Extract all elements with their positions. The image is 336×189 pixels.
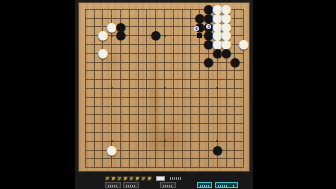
board-point-G4[interactable] <box>134 137 143 146</box>
board-point-T17[interactable] <box>239 23 248 32</box>
board-point-T13[interactable] <box>239 58 248 67</box>
board-point-S9[interactable] <box>231 93 240 102</box>
board-point-D1[interactable] <box>107 163 116 172</box>
board-point-T11[interactable] <box>239 75 248 84</box>
board-point-J2[interactable] <box>151 155 160 164</box>
board-point-G8[interactable] <box>134 102 143 111</box>
board-point-E14[interactable] <box>116 49 125 58</box>
board-point-T7[interactable] <box>239 111 248 120</box>
board-point-Q6[interactable] <box>213 119 222 128</box>
board-point-K5[interactable] <box>160 128 169 137</box>
board-point-N6[interactable] <box>187 119 196 128</box>
board-point-K9[interactable] <box>160 93 169 102</box>
board-point-E10[interactable] <box>116 84 125 93</box>
board-point-P6[interactable] <box>204 119 213 128</box>
board-point-E16[interactable]: ● <box>116 31 125 40</box>
board-point-F14[interactable] <box>125 49 134 58</box>
board-point-P8[interactable] <box>204 102 213 111</box>
board-point-G6[interactable] <box>134 119 143 128</box>
board-point-O9[interactable] <box>195 93 204 102</box>
board-point-F8[interactable] <box>125 102 134 111</box>
board-point-A5[interactable] <box>81 128 90 137</box>
board-point-D5[interactable] <box>107 128 116 137</box>
board-point-J16[interactable]: ● <box>151 31 160 40</box>
board-point-D8[interactable] <box>107 102 116 111</box>
board-point-A17[interactable] <box>81 23 90 32</box>
board-point-E9[interactable] <box>116 93 125 102</box>
board-point-M9[interactable] <box>178 93 187 102</box>
board-point-A7[interactable] <box>81 111 90 120</box>
board-point-S10[interactable] <box>231 84 240 93</box>
board-point-K4[interactable] <box>160 137 169 146</box>
board-point-D9[interactable] <box>107 93 116 102</box>
board-point-H4[interactable] <box>143 137 152 146</box>
board-point-R11[interactable] <box>222 75 231 84</box>
board-point-T8[interactable] <box>239 102 248 111</box>
board-point-S4[interactable] <box>231 137 240 146</box>
board-point-S1[interactable] <box>231 163 240 172</box>
tool-button-1[interactable] <box>105 182 121 188</box>
board-point-G9[interactable] <box>134 93 143 102</box>
board-point-P13[interactable]: ● <box>204 58 213 67</box>
board-point-S5[interactable] <box>231 128 240 137</box>
board-point-E2[interactable] <box>116 155 125 164</box>
board-point-N13[interactable] <box>187 58 196 67</box>
board-point-M11[interactable] <box>178 75 187 84</box>
board-point-Q9[interactable] <box>213 93 222 102</box>
board-point-J9[interactable] <box>151 93 160 102</box>
board-point-T5[interactable] <box>239 128 248 137</box>
board-point-F7[interactable] <box>125 111 134 120</box>
board-point-J4[interactable] <box>151 137 160 146</box>
board-point-K1[interactable] <box>160 163 169 172</box>
board-point-E3[interactable] <box>116 146 125 155</box>
board-point-C10[interactable] <box>99 84 108 93</box>
board-point-J11[interactable] <box>151 75 160 84</box>
board-point-H12[interactable] <box>143 67 152 76</box>
board-point-S8[interactable] <box>231 102 240 111</box>
board-point-S13[interactable]: ● <box>231 58 240 67</box>
board-point-S3[interactable] <box>231 146 240 155</box>
board-point-H7[interactable] <box>143 111 152 120</box>
board-point-E12[interactable] <box>116 67 125 76</box>
board-point-L3[interactable] <box>169 146 178 155</box>
board-point-M8[interactable] <box>178 102 187 111</box>
board-point-M6[interactable] <box>178 119 187 128</box>
board-point-O3[interactable] <box>195 146 204 155</box>
board-point-M7[interactable] <box>178 111 187 120</box>
board-point-L2[interactable] <box>169 155 178 164</box>
board-point-J18[interactable] <box>151 14 160 23</box>
board-point-S11[interactable] <box>231 75 240 84</box>
board-point-K19[interactable] <box>160 5 169 14</box>
board-point-O4[interactable] <box>195 137 204 146</box>
board-point-T10[interactable] <box>239 84 248 93</box>
board-point-C5[interactable] <box>99 128 108 137</box>
board-point-L18[interactable] <box>169 14 178 23</box>
board-point-D6[interactable] <box>107 119 116 128</box>
board-point-N4[interactable] <box>187 137 196 146</box>
nav-end-button[interactable] <box>147 176 152 181</box>
board-point-N7[interactable] <box>187 111 196 120</box>
board-point-J8[interactable] <box>151 102 160 111</box>
board-point-P1[interactable] <box>204 163 213 172</box>
board-point-F15[interactable] <box>125 40 134 49</box>
board-point-E11[interactable] <box>116 75 125 84</box>
board-point-D12[interactable] <box>107 67 116 76</box>
board-point-J12[interactable] <box>151 67 160 76</box>
board-point-B3[interactable] <box>90 146 99 155</box>
board-point-B5[interactable] <box>90 128 99 137</box>
board-point-M5[interactable] <box>178 128 187 137</box>
board-point-N10[interactable] <box>187 84 196 93</box>
board-point-L14[interactable] <box>169 49 178 58</box>
board-point-K10[interactable] <box>160 84 169 93</box>
board-point-O7[interactable] <box>195 111 204 120</box>
board-point-K8[interactable] <box>160 102 169 111</box>
board-point-S7[interactable] <box>231 111 240 120</box>
board-point-N5[interactable] <box>187 128 196 137</box>
board-point-A10[interactable] <box>81 84 90 93</box>
board-point-A12[interactable] <box>81 67 90 76</box>
board-point-P10[interactable] <box>204 84 213 93</box>
board-point-M2[interactable] <box>178 155 187 164</box>
board-point-A14[interactable] <box>81 49 90 58</box>
board-point-M1[interactable] <box>178 163 187 172</box>
board-point-K3[interactable] <box>160 146 169 155</box>
board-point-O11[interactable] <box>195 75 204 84</box>
board-point-L19[interactable] <box>169 5 178 14</box>
board-point-L8[interactable] <box>169 102 178 111</box>
board-point-M17[interactable] <box>178 23 187 32</box>
board-point-K16[interactable] <box>160 31 169 40</box>
board-point-H18[interactable] <box>143 14 152 23</box>
board-point-H6[interactable] <box>143 119 152 128</box>
board-point-A19[interactable] <box>81 5 90 14</box>
board-point-C19[interactable] <box>99 5 108 14</box>
board-point-Q10[interactable] <box>213 84 222 93</box>
board-point-Q11[interactable] <box>213 75 222 84</box>
nav-forward-one-button[interactable] <box>129 176 134 181</box>
board-point-J5[interactable] <box>151 128 160 137</box>
board-point-F9[interactable] <box>125 93 134 102</box>
board-point-B6[interactable] <box>90 119 99 128</box>
board-point-O10[interactable] <box>195 84 204 93</box>
board-point-F17[interactable] <box>125 23 134 32</box>
board-point-G17[interactable] <box>134 23 143 32</box>
board-point-G10[interactable] <box>134 84 143 93</box>
board-point-G3[interactable] <box>134 146 143 155</box>
board-point-R8[interactable] <box>222 102 231 111</box>
board-point-B18[interactable] <box>90 14 99 23</box>
board-point-O6[interactable] <box>195 119 204 128</box>
board-point-M19[interactable] <box>178 5 187 14</box>
board-point-Q7[interactable] <box>213 111 222 120</box>
board-point-L9[interactable] <box>169 93 178 102</box>
board-point-M14[interactable] <box>178 49 187 58</box>
board-point-F12[interactable] <box>125 67 134 76</box>
board-point-R2[interactable] <box>222 155 231 164</box>
board-point-B10[interactable] <box>90 84 99 93</box>
board-point-A16[interactable] <box>81 31 90 40</box>
board-point-K2[interactable] <box>160 155 169 164</box>
board-point-F10[interactable] <box>125 84 134 93</box>
current-move-button[interactable] <box>156 176 165 181</box>
board-point-A15[interactable] <box>81 40 90 49</box>
board-point-L12[interactable] <box>169 67 178 76</box>
board-point-N12[interactable] <box>187 67 196 76</box>
board-point-A18[interactable] <box>81 14 90 23</box>
board-point-Q5[interactable] <box>213 128 222 137</box>
board-point-D10[interactable] <box>107 84 116 93</box>
board-point-R1[interactable] <box>222 163 231 172</box>
board-point-M4[interactable] <box>178 137 187 146</box>
board-point-H11[interactable] <box>143 75 152 84</box>
board-point-T2[interactable] <box>239 155 248 164</box>
board-point-D19[interactable] <box>107 5 116 14</box>
board-point-D3[interactable]: ● <box>107 146 116 155</box>
board-point-F5[interactable] <box>125 128 134 137</box>
board-point-J10[interactable] <box>151 84 160 93</box>
board-point-E1[interactable] <box>116 163 125 172</box>
board-point-H5[interactable] <box>143 128 152 137</box>
board-point-P9[interactable] <box>204 93 213 102</box>
board-point-F1[interactable] <box>125 163 134 172</box>
board-point-C1[interactable] <box>99 163 108 172</box>
board-point-E5[interactable] <box>116 128 125 137</box>
board-point-O1[interactable] <box>195 163 204 172</box>
board-point-N1[interactable] <box>187 163 196 172</box>
board-point-E8[interactable] <box>116 102 125 111</box>
board-point-J14[interactable] <box>151 49 160 58</box>
board-point-C16[interactable]: ● <box>99 31 108 40</box>
board-point-T9[interactable] <box>239 93 248 102</box>
board-point-R4[interactable] <box>222 137 231 146</box>
nav-forward-fast-button[interactable] <box>141 176 146 181</box>
board-point-M10[interactable] <box>178 84 187 93</box>
board-point-L16[interactable] <box>169 31 178 40</box>
board-point-B12[interactable] <box>90 67 99 76</box>
board-point-T15[interactable]: ● <box>239 40 248 49</box>
board-point-N3[interactable] <box>187 146 196 155</box>
board-point-A2[interactable] <box>81 155 90 164</box>
board-point-G12[interactable] <box>134 67 143 76</box>
board-point-G16[interactable] <box>134 31 143 40</box>
board-point-K15[interactable] <box>160 40 169 49</box>
board-point-G13[interactable] <box>134 58 143 67</box>
board-point-J7[interactable] <box>151 111 160 120</box>
board-point-K11[interactable] <box>160 75 169 84</box>
board-point-N14[interactable] <box>187 49 196 58</box>
board-point-P11[interactable] <box>204 75 213 84</box>
board-point-O5[interactable] <box>195 128 204 137</box>
board-point-L6[interactable] <box>169 119 178 128</box>
board-point-Q8[interactable] <box>213 102 222 111</box>
board-point-C6[interactable] <box>99 119 108 128</box>
board-point-N2[interactable] <box>187 155 196 164</box>
board-point-A8[interactable] <box>81 102 90 111</box>
nav-back-button[interactable] <box>117 176 122 181</box>
board-point-T12[interactable] <box>239 67 248 76</box>
board-point-L15[interactable] <box>169 40 178 49</box>
board-point-R7[interactable] <box>222 111 231 120</box>
board-point-F2[interactable] <box>125 155 134 164</box>
board-point-F19[interactable] <box>125 5 134 14</box>
board-point-B11[interactable] <box>90 75 99 84</box>
board-point-F13[interactable] <box>125 58 134 67</box>
board-point-M18[interactable] <box>178 14 187 23</box>
board-point-C9[interactable] <box>99 93 108 102</box>
board-point-H1[interactable] <box>143 163 152 172</box>
board-point-E13[interactable] <box>116 58 125 67</box>
board-point-R10[interactable] <box>222 84 231 93</box>
tool-button-3[interactable] <box>160 182 176 188</box>
board-point-N11[interactable] <box>187 75 196 84</box>
board-point-L7[interactable] <box>169 111 178 120</box>
board-point-M13[interactable] <box>178 58 187 67</box>
board-point-C14[interactable]: ● <box>99 49 108 58</box>
board-point-E4[interactable] <box>116 137 125 146</box>
board-point-M3[interactable] <box>178 146 187 155</box>
board-point-Q1[interactable] <box>213 163 222 172</box>
board-point-L11[interactable] <box>169 75 178 84</box>
board-point-A6[interactable] <box>81 119 90 128</box>
board-point-C12[interactable] <box>99 67 108 76</box>
board-point-Q12[interactable] <box>213 67 222 76</box>
board-point-K12[interactable] <box>160 67 169 76</box>
board-point-L1[interactable] <box>169 163 178 172</box>
board-point-G7[interactable] <box>134 111 143 120</box>
board-point-H19[interactable] <box>143 5 152 14</box>
board-point-P7[interactable] <box>204 111 213 120</box>
board-point-J6[interactable] <box>151 119 160 128</box>
board-point-C7[interactable] <box>99 111 108 120</box>
board-point-T1[interactable] <box>239 163 248 172</box>
board-point-E6[interactable] <box>116 119 125 128</box>
board-point-B19[interactable] <box>90 5 99 14</box>
board-point-B2[interactable] <box>90 155 99 164</box>
board-point-R9[interactable] <box>222 93 231 102</box>
board-point-P5[interactable] <box>204 128 213 137</box>
board-point-T18[interactable] <box>239 14 248 23</box>
board-point-J19[interactable] <box>151 5 160 14</box>
board-point-G19[interactable] <box>134 5 143 14</box>
board-point-B7[interactable] <box>90 111 99 120</box>
board-point-F4[interactable] <box>125 137 134 146</box>
board-point-M12[interactable] <box>178 67 187 76</box>
board-point-D11[interactable] <box>107 75 116 84</box>
board-point-G15[interactable] <box>134 40 143 49</box>
board-point-T6[interactable] <box>239 119 248 128</box>
board-point-G5[interactable] <box>134 128 143 137</box>
board-point-F6[interactable] <box>125 119 134 128</box>
board-point-H3[interactable] <box>143 146 152 155</box>
board-point-Q3[interactable]: ● <box>213 146 222 155</box>
board-point-B9[interactable] <box>90 93 99 102</box>
board-point-K18[interactable] <box>160 14 169 23</box>
board-point-H2[interactable] <box>143 155 152 164</box>
board-point-N15[interactable] <box>187 40 196 49</box>
nav-start-button[interactable] <box>105 176 110 181</box>
board-point-A9[interactable] <box>81 93 90 102</box>
board-point-B1[interactable] <box>90 163 99 172</box>
board-point-K14[interactable] <box>160 49 169 58</box>
board-point-J3[interactable] <box>151 146 160 155</box>
board-point-G2[interactable] <box>134 155 143 164</box>
board-point-A13[interactable] <box>81 58 90 67</box>
nav-forward-button[interactable] <box>135 176 140 181</box>
board-point-F16[interactable] <box>125 31 134 40</box>
action-button-2[interactable] <box>215 182 238 188</box>
board-point-T4[interactable] <box>239 137 248 146</box>
board-point-J13[interactable] <box>151 58 160 67</box>
board-point-M15[interactable] <box>178 40 187 49</box>
board-point-S2[interactable] <box>231 155 240 164</box>
board-point-T3[interactable] <box>239 146 248 155</box>
board-point-L5[interactable] <box>169 128 178 137</box>
board-point-K6[interactable] <box>160 119 169 128</box>
board-point-S6[interactable] <box>231 119 240 128</box>
board-point-K13[interactable] <box>160 58 169 67</box>
nav-back-one-button[interactable] <box>123 176 128 181</box>
board-point-A11[interactable] <box>81 75 90 84</box>
board-point-C11[interactable] <box>99 75 108 84</box>
board-point-J1[interactable] <box>151 163 160 172</box>
board-point-E7[interactable] <box>116 111 125 120</box>
board-point-N9[interactable] <box>187 93 196 102</box>
board-point-H9[interactable] <box>143 93 152 102</box>
board-point-E19[interactable] <box>116 5 125 14</box>
board-point-D14[interactable] <box>107 49 116 58</box>
board-point-L4[interactable] <box>169 137 178 146</box>
action-button-1[interactable] <box>197 182 212 188</box>
board-point-A4[interactable] <box>81 137 90 146</box>
board-point-D13[interactable] <box>107 58 116 67</box>
board-point-N8[interactable] <box>187 102 196 111</box>
board-point-R5[interactable] <box>222 128 231 137</box>
nav-back-fast-button[interactable] <box>111 176 116 181</box>
board-point-C8[interactable] <box>99 102 108 111</box>
board-point-H8[interactable] <box>143 102 152 111</box>
board-point-M16[interactable] <box>178 31 187 40</box>
board-point-F11[interactable] <box>125 75 134 84</box>
board-point-H10[interactable] <box>143 84 152 93</box>
board-point-G11[interactable] <box>134 75 143 84</box>
tool-button-2[interactable] <box>123 182 139 188</box>
board-point-R6[interactable] <box>222 119 231 128</box>
board-point-F18[interactable] <box>125 14 134 23</box>
board-point-H14[interactable] <box>143 49 152 58</box>
board-point-K7[interactable] <box>160 111 169 120</box>
board-point-L10[interactable] <box>169 84 178 93</box>
board-point-D7[interactable] <box>107 111 116 120</box>
board-point-A3[interactable] <box>81 146 90 155</box>
board-point-T19[interactable] <box>239 5 248 14</box>
board-point-O8[interactable] <box>195 102 204 111</box>
board-point-G18[interactable] <box>134 14 143 23</box>
board-point-H13[interactable] <box>143 58 152 67</box>
board-point-A1[interactable] <box>81 163 90 172</box>
board-point-K17[interactable] <box>160 23 169 32</box>
board-point-O2[interactable] <box>195 155 204 164</box>
board-point-B4[interactable] <box>90 137 99 146</box>
board-point-B8[interactable] <box>90 102 99 111</box>
board-point-G14[interactable] <box>134 49 143 58</box>
board-point-L13[interactable] <box>169 58 178 67</box>
board-point-R3[interactable] <box>222 146 231 155</box>
board-point-F3[interactable] <box>125 146 134 155</box>
board-point-L17[interactable] <box>169 23 178 32</box>
